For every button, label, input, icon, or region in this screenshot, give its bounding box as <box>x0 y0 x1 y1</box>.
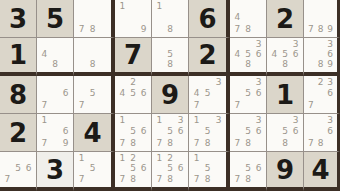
candidate-digit: 2 <box>165 153 176 164</box>
cell-r5c7[interactable]: 5678 <box>230 152 267 191</box>
candidate-empty-slot <box>306 126 316 137</box>
cell-r3c4[interactable]: 2456 <box>115 76 152 114</box>
candidate-digit: 3 <box>290 115 301 126</box>
given-digit: 1 <box>0 38 36 72</box>
candidate-digit: 2 <box>128 77 139 88</box>
cell-r4c2[interactable]: 1679 <box>37 114 74 152</box>
candidate-digit: 5 <box>202 88 213 99</box>
entry-digit: 3 <box>37 152 73 187</box>
cell-r2c2[interactable]: 48 <box>37 38 74 76</box>
candidate-empty-slot <box>87 12 98 23</box>
candidate-empty-slot <box>316 88 326 99</box>
candidate-empty-slot <box>87 174 98 185</box>
cell-r1c3[interactable]: 78 <box>74 0 115 38</box>
candidate-grid: 3568 <box>269 115 301 149</box>
candidate-empty-slot <box>39 77 50 88</box>
candidate-empty-slot <box>138 115 149 126</box>
candidate-empty-slot <box>60 100 71 111</box>
candidate-empty-slot <box>232 39 243 49</box>
candidate-empty-slot <box>87 1 98 12</box>
cell-r4c9[interactable]: 3678 <box>304 114 340 152</box>
candidate-empty-slot <box>253 24 264 35</box>
candidate-digit: 7 <box>306 100 316 111</box>
candidate-empty-slot <box>213 88 224 99</box>
candidate-empty-slot <box>138 153 149 164</box>
candidate-empty-slot <box>253 138 264 149</box>
candidate-empty-slot <box>290 60 301 70</box>
cell-r2c3[interactable]: 8 <box>74 38 115 76</box>
cell-r5c9[interactable]: 4 <box>304 152 340 191</box>
candidate-digit: 7 <box>232 138 243 149</box>
candidate-empty-slot <box>306 49 316 59</box>
candidate-digit: 4 <box>232 12 243 23</box>
candidate-empty-slot <box>98 60 109 70</box>
candidate-grid: 789 <box>306 1 335 35</box>
candidate-grid: 125678 <box>117 153 149 185</box>
cell-r4c4[interactable]: 15678 <box>115 114 152 152</box>
candidate-digit: 1 <box>154 1 165 12</box>
candidate-digit: 1 <box>117 115 128 126</box>
candidate-digit: 8 <box>243 174 254 185</box>
cell-r3c5[interactable]: 9 <box>152 76 189 114</box>
candidate-digit: 1 <box>154 115 165 126</box>
candidate-empty-slot <box>175 138 186 149</box>
cell-r3c8[interactable]: 1 <box>267 76 304 114</box>
candidate-empty-slot <box>306 88 316 99</box>
candidate-digit: 8 <box>202 138 213 149</box>
candidate-grid: 478 <box>232 1 264 35</box>
candidate-grid: 157 <box>76 153 109 185</box>
cell-r1c4[interactable]: 19 <box>115 0 152 38</box>
candidate-digit: 5 <box>243 164 254 175</box>
candidate-digit: 8 <box>243 138 254 149</box>
candidate-grid: 78 <box>76 1 109 35</box>
candidate-empty-slot <box>98 153 109 164</box>
candidate-empty-slot <box>154 39 165 49</box>
candidate-empty-slot <box>191 126 202 137</box>
cell-r2c8[interactable]: 34568 <box>267 38 304 76</box>
candidate-empty-slot <box>117 12 128 23</box>
candidate-empty-slot <box>232 60 243 70</box>
candidate-empty-slot <box>269 39 280 49</box>
cell-r5c8[interactable]: 9 <box>267 152 304 191</box>
candidate-grid: 34568 <box>269 39 301 70</box>
candidate-digit: 6 <box>290 49 301 59</box>
candidate-digit: 6 <box>290 126 301 137</box>
sudoku-board: 3578191864782789148875823456834568368986… <box>0 0 340 191</box>
given-digit: 5 <box>37 0 73 37</box>
candidate-digit: 5 <box>87 164 98 175</box>
candidate-empty-slot <box>175 153 186 164</box>
candidate-digit: 5 <box>128 164 139 175</box>
candidate-empty-slot <box>269 126 280 137</box>
candidate-empty-slot <box>202 153 213 164</box>
given-digit: 7 <box>115 38 151 72</box>
candidate-empty-slot <box>175 49 186 59</box>
candidate-empty-slot <box>316 100 326 111</box>
cell-r2c4[interactable]: 7 <box>115 38 152 76</box>
candidate-empty-slot <box>306 12 316 23</box>
cell-r1c6[interactable]: 6 <box>189 0 230 38</box>
candidate-empty-slot <box>290 138 301 149</box>
candidate-digit: 9 <box>138 24 149 35</box>
cell-r1c5[interactable]: 18 <box>152 0 189 38</box>
candidate-grid: 125678 <box>154 153 186 185</box>
candidate-digit: 1 <box>117 1 128 12</box>
candidate-empty-slot <box>269 60 280 70</box>
candidate-digit: 7 <box>191 100 202 111</box>
candidate-empty-slot <box>50 39 61 49</box>
candidate-grid: 35678 <box>232 115 264 149</box>
candidate-empty-slot <box>175 174 186 185</box>
candidate-digit: 8 <box>87 60 98 70</box>
cell-r2c9[interactable]: 3689 <box>304 38 340 76</box>
candidate-empty-slot <box>175 24 186 35</box>
candidate-digit: 8 <box>316 138 326 149</box>
candidate-digit: 1 <box>191 153 202 164</box>
candidate-grid: 58 <box>154 39 186 70</box>
candidate-digit: 7 <box>39 100 50 111</box>
candidate-empty-slot <box>117 77 128 88</box>
candidate-empty-slot <box>154 12 165 23</box>
candidate-digit: 5 <box>202 126 213 137</box>
candidate-empty-slot <box>76 1 87 12</box>
candidate-empty-slot <box>232 77 243 88</box>
candidate-empty-slot <box>191 77 202 88</box>
candidate-grid: 3567 <box>232 77 264 111</box>
candidate-empty-slot <box>87 100 98 111</box>
candidate-empty-slot <box>213 153 224 164</box>
candidate-empty-slot <box>50 49 61 59</box>
candidate-empty-slot <box>243 1 254 12</box>
candidate-digit: 6 <box>175 126 186 137</box>
candidate-digit: 3 <box>213 115 224 126</box>
candidate-digit: 8 <box>165 24 176 35</box>
candidate-digit: 3 <box>290 39 301 49</box>
candidate-empty-slot <box>23 174 34 185</box>
candidate-empty-slot <box>306 1 316 12</box>
candidate-digit: 3 <box>325 77 335 88</box>
cell-r3c1[interactable]: 8 <box>0 76 37 114</box>
candidate-empty-slot <box>76 88 87 99</box>
candidate-empty-slot <box>325 138 335 149</box>
candidate-empty-slot <box>253 60 264 70</box>
candidate-empty-slot <box>306 115 316 126</box>
candidate-empty-slot <box>87 49 98 59</box>
candidate-digit: 2 <box>128 153 139 164</box>
candidate-empty-slot <box>50 126 61 137</box>
candidate-empty-slot <box>39 88 50 99</box>
candidate-digit: 7 <box>232 174 243 185</box>
candidate-digit: 1 <box>154 153 165 164</box>
candidate-empty-slot <box>98 77 109 88</box>
candidate-empty-slot <box>76 49 87 59</box>
candidate-digit: 5 <box>165 164 176 175</box>
candidate-digit: 5 <box>128 88 139 99</box>
candidate-empty-slot <box>50 138 61 149</box>
candidate-empty-slot <box>98 24 109 35</box>
candidate-digit: 7 <box>191 174 202 185</box>
candidate-digit: 6 <box>253 49 264 59</box>
cell-r1c2[interactable]: 5 <box>37 0 74 38</box>
candidate-empty-slot <box>316 1 326 12</box>
cell-r4c6[interactable]: 13578 <box>189 114 230 152</box>
cell-r5c4[interactable]: 125678 <box>115 152 152 191</box>
candidate-grid: 2456 <box>117 77 149 111</box>
candidate-digit: 6 <box>138 88 149 99</box>
candidate-empty-slot <box>154 49 165 59</box>
candidate-empty-slot <box>98 88 109 99</box>
candidate-empty-slot <box>232 88 243 99</box>
candidate-empty-slot <box>2 164 13 175</box>
given-digit: 4 <box>304 152 337 187</box>
cell-r4c7[interactable]: 35678 <box>230 114 267 152</box>
candidate-empty-slot <box>60 77 71 88</box>
candidate-empty-slot <box>87 39 98 49</box>
cell-r5c6[interactable]: 1578 <box>189 152 230 191</box>
candidate-empty-slot <box>165 115 176 126</box>
candidate-digit: 9 <box>325 24 335 35</box>
candidate-digit: 8 <box>316 24 326 35</box>
candidate-empty-slot <box>202 115 213 126</box>
candidate-empty-slot <box>60 115 71 126</box>
candidate-empty-slot <box>98 12 109 23</box>
candidate-empty-slot <box>154 164 165 175</box>
candidate-empty-slot <box>154 24 165 35</box>
candidate-empty-slot <box>50 88 61 99</box>
candidate-digit: 1 <box>76 153 87 164</box>
candidate-empty-slot <box>232 115 243 126</box>
candidate-digit: 7 <box>39 138 50 149</box>
candidate-empty-slot <box>243 100 254 111</box>
candidate-empty-slot <box>76 164 87 175</box>
candidate-empty-slot <box>213 126 224 137</box>
cell-r5c1[interactable]: 567 <box>0 152 37 191</box>
cell-r4c1[interactable]: 2 <box>0 114 37 152</box>
candidate-digit: 4 <box>232 49 243 59</box>
candidate-digit: 7 <box>76 174 87 185</box>
candidate-digit: 5 <box>280 126 291 137</box>
candidate-empty-slot <box>117 24 128 35</box>
candidate-digit: 3 <box>253 115 264 126</box>
candidate-empty-slot <box>23 153 34 164</box>
given-digit: 3 <box>0 0 36 37</box>
candidate-digit: 6 <box>325 126 335 137</box>
candidate-grid: 135678 <box>154 115 186 149</box>
candidate-digit: 1 <box>117 153 128 164</box>
candidate-digit: 7 <box>2 174 13 185</box>
candidate-empty-slot <box>325 1 335 12</box>
candidate-digit: 6 <box>325 49 335 59</box>
candidate-digit: 1 <box>191 115 202 126</box>
candidate-empty-slot <box>306 77 316 88</box>
candidate-digit: 6 <box>253 164 264 175</box>
given-digit: 8 <box>0 76 36 113</box>
candidate-empty-slot <box>269 138 280 149</box>
cell-r3c3[interactable]: 57 <box>74 76 115 114</box>
candidate-digit: 9 <box>325 60 335 70</box>
candidate-grid: 1578 <box>191 153 224 185</box>
cell-r4c8[interactable]: 3568 <box>267 114 304 152</box>
candidate-empty-slot <box>2 153 13 164</box>
candidate-grid: 15678 <box>117 115 149 149</box>
cell-r4c5[interactable]: 135678 <box>152 114 189 152</box>
candidate-empty-slot <box>50 115 61 126</box>
candidate-grid: 3457 <box>191 77 224 111</box>
candidate-digit: 5 <box>13 164 24 175</box>
candidate-empty-slot <box>76 60 87 70</box>
candidate-digit: 5 <box>165 49 176 59</box>
candidate-digit: 6 <box>23 164 34 175</box>
candidate-grid: 567 <box>2 153 34 185</box>
candidate-empty-slot <box>87 77 98 88</box>
candidate-empty-slot <box>202 77 213 88</box>
cell-r3c6[interactable]: 3457 <box>189 76 230 114</box>
given-digit: 2 <box>267 0 303 37</box>
cell-r1c1[interactable]: 3 <box>0 0 37 38</box>
candidate-digit: 3 <box>213 77 224 88</box>
candidate-digit: 7 <box>306 138 316 149</box>
candidate-digit: 8 <box>87 24 98 35</box>
candidate-empty-slot <box>98 49 109 59</box>
candidate-digit: 5 <box>165 126 176 137</box>
candidate-empty-slot <box>138 77 149 88</box>
candidate-empty-slot <box>98 164 109 175</box>
candidate-digit: 8 <box>50 60 61 70</box>
cell-r1c9[interactable]: 789 <box>304 0 340 38</box>
candidate-empty-slot <box>117 126 128 137</box>
sudoku-app-screen: 3578191864782789148875823456834568368986… <box>0 0 340 191</box>
candidate-grid: 1679 <box>39 115 71 149</box>
cell-r2c6[interactable]: 2 <box>189 38 230 76</box>
cell-r3c2[interactable]: 67 <box>37 76 74 114</box>
candidate-empty-slot <box>39 39 50 49</box>
candidate-digit: 6 <box>138 126 149 137</box>
candidate-empty-slot <box>253 12 264 23</box>
candidate-digit: 8 <box>280 138 291 149</box>
cell-r3c9[interactable]: 2367 <box>304 76 340 114</box>
candidate-digit: 3 <box>253 77 264 88</box>
candidate-grid: 2367 <box>306 77 335 111</box>
candidate-empty-slot <box>213 138 224 149</box>
cell-r2c5[interactable]: 58 <box>152 38 189 76</box>
candidate-empty-slot <box>165 39 176 49</box>
cell-r3c7[interactable]: 3567 <box>230 76 267 114</box>
candidate-digit: 8 <box>165 60 176 70</box>
candidate-empty-slot <box>253 100 264 111</box>
candidate-empty-slot <box>128 12 139 23</box>
candidate-digit: 6 <box>325 88 335 99</box>
given-digit: 9 <box>152 76 188 113</box>
candidate-empty-slot <box>154 60 165 70</box>
candidate-digit: 6 <box>253 126 264 137</box>
candidate-digit: 6 <box>138 164 149 175</box>
candidate-digit: 5 <box>202 164 213 175</box>
candidate-grid: 67 <box>39 77 71 111</box>
candidate-digit: 3 <box>325 39 335 49</box>
candidate-grid: 3678 <box>306 115 335 149</box>
candidate-empty-slot <box>280 115 291 126</box>
candidate-digit: 7 <box>232 24 243 35</box>
candidate-empty-slot <box>128 1 139 12</box>
candidate-empty-slot <box>253 174 264 185</box>
candidate-empty-slot <box>13 153 24 164</box>
candidate-empty-slot <box>138 174 149 185</box>
candidate-empty-slot <box>13 174 24 185</box>
candidate-digit: 8 <box>165 174 176 185</box>
candidate-digit: 7 <box>76 100 87 111</box>
candidate-empty-slot <box>213 174 224 185</box>
cell-r2c1[interactable]: 1 <box>0 38 37 76</box>
candidate-empty-slot <box>253 1 264 12</box>
candidate-empty-slot <box>76 12 87 23</box>
given-digit: 9 <box>267 152 303 187</box>
candidate-digit: 3 <box>253 39 264 49</box>
candidate-empty-slot <box>232 126 243 137</box>
candidate-empty-slot <box>165 1 176 12</box>
candidate-empty-slot <box>316 39 326 49</box>
candidate-digit: 8 <box>316 60 326 70</box>
candidate-digit: 6 <box>60 126 71 137</box>
candidate-empty-slot <box>243 153 254 164</box>
candidate-digit: 6 <box>253 88 264 99</box>
candidate-digit: 8 <box>128 174 139 185</box>
candidate-empty-slot <box>213 100 224 111</box>
candidate-digit: 7 <box>306 24 316 35</box>
candidate-empty-slot <box>243 115 254 126</box>
candidate-digit: 5 <box>87 88 98 99</box>
candidate-empty-slot <box>175 12 186 23</box>
candidate-digit: 6 <box>175 164 186 175</box>
candidate-empty-slot <box>232 164 243 175</box>
cell-r4c3[interactable]: 4 <box>74 114 115 152</box>
candidate-empty-slot <box>76 39 87 49</box>
candidate-empty-slot <box>213 164 224 175</box>
candidate-grid: 19 <box>117 1 149 35</box>
candidate-empty-slot <box>87 153 98 164</box>
candidate-digit: 8 <box>165 138 176 149</box>
cell-r5c3[interactable]: 157 <box>74 152 115 191</box>
candidate-grid: 48 <box>39 39 71 70</box>
cell-r1c7[interactable]: 478 <box>230 0 267 38</box>
candidate-empty-slot <box>39 126 50 137</box>
candidate-empty-slot <box>50 100 61 111</box>
candidate-empty-slot <box>232 153 243 164</box>
candidate-digit: 8 <box>128 138 139 149</box>
candidate-digit: 7 <box>76 24 87 35</box>
given-digit: 4 <box>74 114 111 151</box>
candidate-empty-slot <box>98 1 109 12</box>
candidate-empty-slot <box>98 39 109 49</box>
candidate-empty-slot <box>175 39 186 49</box>
candidate-grid: 18 <box>154 1 186 35</box>
candidate-empty-slot <box>316 49 326 59</box>
candidate-digit: 4 <box>269 49 280 59</box>
cell-r5c5[interactable]: 125678 <box>152 152 189 191</box>
candidate-empty-slot <box>325 12 335 23</box>
cell-r2c7[interactable]: 34568 <box>230 38 267 76</box>
candidate-empty-slot <box>280 39 291 49</box>
candidate-digit: 5 <box>280 49 291 59</box>
candidate-empty-slot <box>306 60 316 70</box>
candidate-empty-slot <box>269 115 280 126</box>
cell-r5c2[interactable]: 3 <box>37 152 74 191</box>
candidate-empty-slot <box>98 174 109 185</box>
cell-r1c8[interactable]: 2 <box>267 0 304 38</box>
candidate-digit: 2 <box>316 77 326 88</box>
candidate-empty-slot <box>60 60 71 70</box>
candidate-empty-slot <box>175 60 186 70</box>
